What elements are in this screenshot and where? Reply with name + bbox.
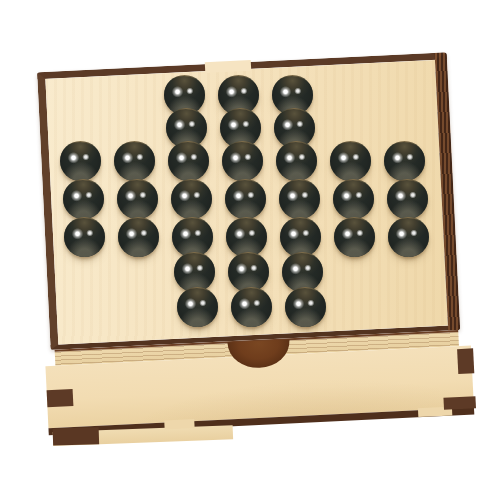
marble-r2c6[interactable]: ● [384, 141, 425, 181]
marble-glyph: ● [280, 217, 321, 257]
marble-r5c4[interactable]: ● [282, 252, 323, 292]
marble-r3c5[interactable]: ● [333, 179, 374, 219]
marble-grid: ●●●●●●●●●●●●●●●●●●●●●●●●●●●●●●●●● [0, 0, 500, 500]
marble-r2c0[interactable]: ● [60, 141, 101, 181]
marble-r2c2[interactable]: ● [168, 141, 209, 181]
marble-glyph: ● [333, 179, 374, 219]
marble-glyph: ● [387, 179, 428, 219]
marble-glyph: ● [334, 217, 375, 257]
product-photo-background: ●●●●●●●●●●●●●●●●●●●●●●●●●●●●●●●●● [0, 0, 500, 500]
marble-glyph: ● [276, 141, 317, 181]
marble-r3c6[interactable]: ● [387, 179, 428, 219]
marble-r6c3[interactable]: ● [231, 287, 272, 327]
marble-glyph: ● [282, 252, 323, 292]
marble-r5c3[interactable]: ● [228, 252, 269, 292]
marble-glyph: ● [388, 217, 429, 257]
marble-glyph: ● [118, 217, 159, 257]
marble-glyph: ● [226, 217, 267, 257]
marble-glyph: ● [279, 179, 320, 219]
marble-glyph: ● [172, 217, 213, 257]
marble-glyph: ● [168, 141, 209, 181]
marble-glyph: ● [171, 179, 212, 219]
marble-r4c3[interactable]: ● [226, 217, 267, 257]
marble-r2c1[interactable]: ● [114, 141, 155, 181]
marble-glyph: ● [60, 141, 101, 181]
marble-r5c2[interactable]: ● [174, 252, 215, 292]
marble-r4c5[interactable]: ● [334, 217, 375, 257]
marble-r3c2[interactable]: ● [171, 179, 212, 219]
marble-r2c3[interactable]: ● [222, 141, 263, 181]
marble-glyph: ● [64, 217, 105, 257]
marble-r4c1[interactable]: ● [118, 217, 159, 257]
marble-r6c4[interactable]: ● [285, 287, 326, 327]
marble-glyph: ● [114, 141, 155, 181]
marble-r4c0[interactable]: ● [64, 217, 105, 257]
marble-r6c2[interactable]: ● [177, 287, 218, 327]
marble-r2c5[interactable]: ● [330, 141, 371, 181]
marble-glyph: ● [231, 287, 272, 327]
marble-glyph: ● [225, 179, 266, 219]
marble-glyph: ● [117, 179, 158, 219]
marble-r4c2[interactable]: ● [172, 217, 213, 257]
marble-r2c4[interactable]: ● [276, 141, 317, 181]
marble-r4c4[interactable]: ● [280, 217, 321, 257]
marble-r3c1[interactable]: ● [117, 179, 158, 219]
marble-glyph: ● [228, 252, 269, 292]
marble-glyph: ● [285, 287, 326, 327]
marble-glyph: ● [222, 141, 263, 181]
marble-glyph: ● [177, 287, 218, 327]
marble-r3c0[interactable]: ● [63, 179, 104, 219]
marble-glyph: ● [384, 141, 425, 181]
marble-r3c3[interactable]: ● [225, 179, 266, 219]
marble-r3c4[interactable]: ● [279, 179, 320, 219]
marble-glyph: ● [330, 141, 371, 181]
marble-glyph: ● [174, 252, 215, 292]
marble-r4c6[interactable]: ● [388, 217, 429, 257]
marble-glyph: ● [63, 179, 104, 219]
